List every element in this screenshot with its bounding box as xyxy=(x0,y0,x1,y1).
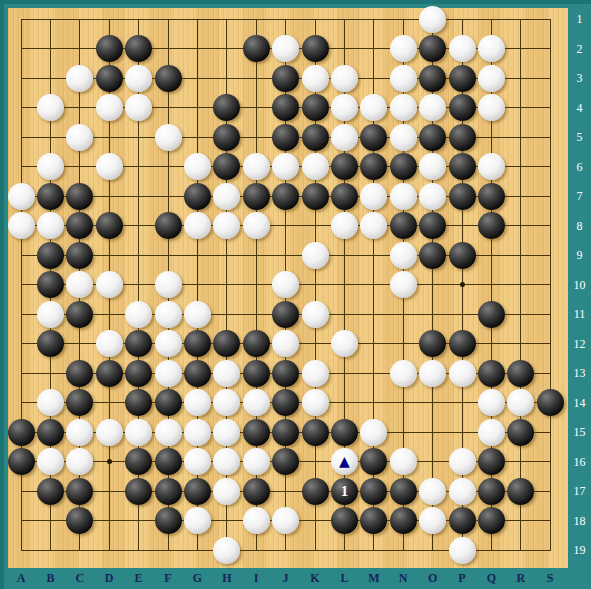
row-label-19: 19 xyxy=(569,543,590,558)
black-stone-B12 xyxy=(37,330,64,357)
white-stone-M4 xyxy=(360,94,387,121)
white-stone-L12 xyxy=(331,330,358,357)
black-stone-F18 xyxy=(155,507,182,534)
black-stone-E2 xyxy=(125,35,152,62)
black-stone-O12 xyxy=(419,330,446,357)
white-stone-K3 xyxy=(302,65,329,92)
white-stone-H19 xyxy=(213,537,240,564)
white-stone-Q2 xyxy=(478,35,505,62)
row-label-5: 5 xyxy=(569,130,590,145)
white-stone-M15 xyxy=(360,419,387,446)
white-stone-J6 xyxy=(272,153,299,180)
frame-left-edge xyxy=(0,0,4,589)
white-stone-J2 xyxy=(272,35,299,62)
black-stone-J7 xyxy=(272,183,299,210)
black-stone-N6 xyxy=(390,153,417,180)
white-stone-D10 xyxy=(96,271,123,298)
black-stone-A16 xyxy=(8,448,35,475)
col-label-P: P xyxy=(458,571,465,586)
black-stone-J4 xyxy=(272,94,299,121)
white-stone-P16 xyxy=(449,448,476,475)
black-stone-N8 xyxy=(390,212,417,239)
col-label-N: N xyxy=(399,571,408,586)
black-stone-F3 xyxy=(155,65,182,92)
white-stone-L4 xyxy=(331,94,358,121)
white-stone-N2 xyxy=(390,35,417,62)
white-stone-H7 xyxy=(213,183,240,210)
black-stone-I12 xyxy=(243,330,270,357)
black-stone-R15 xyxy=(507,419,534,446)
black-stone-H6 xyxy=(213,153,240,180)
white-stone-F15 xyxy=(155,419,182,446)
black-stone-K2 xyxy=(302,35,329,62)
white-stone-H15 xyxy=(213,419,240,446)
black-stone-Q11 xyxy=(478,301,505,328)
white-stone-L8 xyxy=(331,212,358,239)
row-label-18: 18 xyxy=(569,513,590,528)
white-stone-J10 xyxy=(272,271,299,298)
white-stone-G14 xyxy=(184,389,211,416)
white-stone-N5 xyxy=(390,124,417,151)
white-stone-I6 xyxy=(243,153,270,180)
white-stone-B6 xyxy=(37,153,64,180)
white-stone-N13 xyxy=(390,360,417,387)
white-stone-Q3 xyxy=(478,65,505,92)
black-stone-L15 xyxy=(331,419,358,446)
row-label-15: 15 xyxy=(569,425,590,440)
black-stone-I7 xyxy=(243,183,270,210)
black-stone-I13 xyxy=(243,360,270,387)
white-stone-E15 xyxy=(125,419,152,446)
white-stone-B14 xyxy=(37,389,64,416)
black-stone-P3 xyxy=(449,65,476,92)
black-stone-I2 xyxy=(243,35,270,62)
black-stone-O8 xyxy=(419,212,446,239)
black-stone-F16 xyxy=(155,448,182,475)
col-label-O: O xyxy=(428,571,437,586)
black-stone-L7 xyxy=(331,183,358,210)
row-label-14: 14 xyxy=(569,395,590,410)
black-stone-C14 xyxy=(66,389,93,416)
white-stone-J12 xyxy=(272,330,299,357)
black-stone-D8 xyxy=(96,212,123,239)
move-number-label: 1 xyxy=(341,484,349,499)
white-stone-O4 xyxy=(419,94,446,121)
black-stone-M6 xyxy=(360,153,387,180)
black-stone-A15 xyxy=(8,419,35,446)
white-stone-P2 xyxy=(449,35,476,62)
black-stone-P6 xyxy=(449,153,476,180)
black-stone-G17 xyxy=(184,478,211,505)
black-stone-D2 xyxy=(96,35,123,62)
white-stone-R14 xyxy=(507,389,534,416)
white-stone-N4 xyxy=(390,94,417,121)
white-stone-F5 xyxy=(155,124,182,151)
black-stone-Q13 xyxy=(478,360,505,387)
black-stone-O3 xyxy=(419,65,446,92)
col-label-B: B xyxy=(46,571,54,586)
black-stone-K15 xyxy=(302,419,329,446)
white-stone-H14 xyxy=(213,389,240,416)
col-label-K: K xyxy=(310,571,319,586)
white-stone-L5 xyxy=(331,124,358,151)
row-label-8: 8 xyxy=(569,218,590,233)
black-stone-K7 xyxy=(302,183,329,210)
col-label-H: H xyxy=(222,571,231,586)
black-stone-P4 xyxy=(449,94,476,121)
white-stone-D15 xyxy=(96,419,123,446)
row-label-7: 7 xyxy=(569,189,590,204)
row-label-12: 12 xyxy=(569,336,590,351)
col-label-F: F xyxy=(164,571,171,586)
black-stone-G12 xyxy=(184,330,211,357)
white-stone-H13 xyxy=(213,360,240,387)
white-stone-E3 xyxy=(125,65,152,92)
white-stone-P13 xyxy=(449,360,476,387)
black-stone-C7 xyxy=(66,183,93,210)
black-stone-F14 xyxy=(155,389,182,416)
row-label-9: 9 xyxy=(569,248,590,263)
black-stone-F17 xyxy=(155,478,182,505)
white-stone-M7 xyxy=(360,183,387,210)
black-stone-E12 xyxy=(125,330,152,357)
white-stone-A8 xyxy=(8,212,35,239)
black-stone-J11 xyxy=(272,301,299,328)
white-stone-B16 xyxy=(37,448,64,475)
black-stone-C13 xyxy=(66,360,93,387)
black-stone-L6 xyxy=(331,153,358,180)
col-label-C: C xyxy=(75,571,84,586)
row-label-17: 17 xyxy=(569,484,590,499)
white-stone-O1 xyxy=(419,6,446,33)
black-stone-S14 xyxy=(537,389,564,416)
black-stone-J13 xyxy=(272,360,299,387)
white-stone-K14 xyxy=(302,389,329,416)
white-stone-E11 xyxy=(125,301,152,328)
black-stone-O2 xyxy=(419,35,446,62)
black-stone-I17 xyxy=(243,478,270,505)
white-stone-C10 xyxy=(66,271,93,298)
row-label-1: 1 xyxy=(569,12,590,27)
black-stone-B15 xyxy=(37,419,64,446)
black-stone-E14 xyxy=(125,389,152,416)
white-stone-F12 xyxy=(155,330,182,357)
white-stone-F13 xyxy=(155,360,182,387)
white-stone-B4 xyxy=(37,94,64,121)
white-stone-G18 xyxy=(184,507,211,534)
black-stone-Q8 xyxy=(478,212,505,239)
white-stone-I8 xyxy=(243,212,270,239)
col-label-S: S xyxy=(547,571,554,586)
white-stone-Q6 xyxy=(478,153,505,180)
black-stone-C18 xyxy=(66,507,93,534)
row-label-2: 2 xyxy=(569,41,590,56)
white-stone-P19 xyxy=(449,537,476,564)
black-stone-Q7 xyxy=(478,183,505,210)
white-stone-Q14 xyxy=(478,389,505,416)
black-stone-J16 xyxy=(272,448,299,475)
black-stone-J3 xyxy=(272,65,299,92)
black-stone-E17 xyxy=(125,478,152,505)
row-label-11: 11 xyxy=(569,307,590,322)
white-stone-O17 xyxy=(419,478,446,505)
black-stone-K17 xyxy=(302,478,329,505)
white-stone-I18 xyxy=(243,507,270,534)
black-stone-Q16 xyxy=(478,448,505,475)
white-stone-E4 xyxy=(125,94,152,121)
col-label-A: A xyxy=(17,571,26,586)
goban-frame: ▲1 ABCDEFGHIJKLMNOPQRS 12345678910111213… xyxy=(0,0,591,589)
white-stone-K13 xyxy=(302,360,329,387)
white-stone-N16 xyxy=(390,448,417,475)
black-stone-K4 xyxy=(302,94,329,121)
go-board[interactable]: ▲1 xyxy=(8,8,568,568)
white-stone-H16 xyxy=(213,448,240,475)
white-stone-C15 xyxy=(66,419,93,446)
col-label-J: J xyxy=(283,571,289,586)
star-point xyxy=(107,459,112,464)
white-stone-J18 xyxy=(272,507,299,534)
white-stone-K6 xyxy=(302,153,329,180)
black-stone-D13 xyxy=(96,360,123,387)
white-stone-Q15 xyxy=(478,419,505,446)
col-label-R: R xyxy=(516,571,525,586)
row-label-16: 16 xyxy=(569,454,590,469)
white-stone-B11 xyxy=(37,301,64,328)
col-label-L: L xyxy=(340,571,348,586)
white-stone-D6 xyxy=(96,153,123,180)
black-stone-C8 xyxy=(66,212,93,239)
white-stone-G8 xyxy=(184,212,211,239)
black-stone-M17 xyxy=(360,478,387,505)
star-point xyxy=(460,282,465,287)
col-label-G: G xyxy=(193,571,202,586)
white-stone-G11 xyxy=(184,301,211,328)
white-stone-L3 xyxy=(331,65,358,92)
black-stone-I15 xyxy=(243,419,270,446)
white-stone-K11 xyxy=(302,301,329,328)
black-stone-N17 xyxy=(390,478,417,505)
black-stone-M18 xyxy=(360,507,387,534)
black-stone-J15 xyxy=(272,419,299,446)
white-stone-F11 xyxy=(155,301,182,328)
white-stone-G15 xyxy=(184,419,211,446)
black-stone-C17 xyxy=(66,478,93,505)
row-label-3: 3 xyxy=(569,71,590,86)
black-stone-B9 xyxy=(37,242,64,269)
black-stone-K5 xyxy=(302,124,329,151)
white-stone-N10 xyxy=(390,271,417,298)
black-stone-Q18 xyxy=(478,507,505,534)
black-stone-E16 xyxy=(125,448,152,475)
col-label-D: D xyxy=(105,571,114,586)
white-stone-O13 xyxy=(419,360,446,387)
white-stone-B8 xyxy=(37,212,64,239)
white-stone-N3 xyxy=(390,65,417,92)
white-stone-F10 xyxy=(155,271,182,298)
white-stone-H17 xyxy=(213,478,240,505)
black-stone-N18 xyxy=(390,507,417,534)
row-label-6: 6 xyxy=(569,159,590,174)
black-stone-B17 xyxy=(37,478,64,505)
black-stone-P18 xyxy=(449,507,476,534)
black-stone-P9 xyxy=(449,242,476,269)
white-stone-L16: ▲ xyxy=(331,448,358,475)
white-stone-N9 xyxy=(390,242,417,269)
white-stone-O7 xyxy=(419,183,446,210)
white-stone-H8 xyxy=(213,212,240,239)
black-stone-R13 xyxy=(507,360,534,387)
black-stone-M5 xyxy=(360,124,387,151)
black-stone-C9 xyxy=(66,242,93,269)
white-stone-C16 xyxy=(66,448,93,475)
white-stone-G16 xyxy=(184,448,211,475)
row-label-4: 4 xyxy=(569,100,590,115)
black-stone-O9 xyxy=(419,242,446,269)
black-stone-B10 xyxy=(37,271,64,298)
black-stone-H12 xyxy=(213,330,240,357)
grid-line-vertical xyxy=(550,19,551,551)
col-label-I: I xyxy=(254,571,259,586)
black-stone-L18 xyxy=(331,507,358,534)
white-stone-A7 xyxy=(8,183,35,210)
white-stone-C5 xyxy=(66,124,93,151)
black-stone-J5 xyxy=(272,124,299,151)
white-stone-M8 xyxy=(360,212,387,239)
frame-top-edge xyxy=(0,0,591,4)
black-stone-L17: 1 xyxy=(331,478,358,505)
white-stone-Q4 xyxy=(478,94,505,121)
black-stone-P7 xyxy=(449,183,476,210)
black-stone-G7 xyxy=(184,183,211,210)
row-label-13: 13 xyxy=(569,366,590,381)
white-stone-O6 xyxy=(419,153,446,180)
black-stone-J14 xyxy=(272,389,299,416)
black-stone-E13 xyxy=(125,360,152,387)
white-stone-D12 xyxy=(96,330,123,357)
black-stone-D3 xyxy=(96,65,123,92)
black-stone-O5 xyxy=(419,124,446,151)
row-label-10: 10 xyxy=(569,277,590,292)
black-stone-P12 xyxy=(449,330,476,357)
triangle-marker: ▲ xyxy=(339,454,350,468)
black-stone-H5 xyxy=(213,124,240,151)
col-label-E: E xyxy=(135,571,143,586)
black-stone-R17 xyxy=(507,478,534,505)
black-stone-M16 xyxy=(360,448,387,475)
col-label-M: M xyxy=(368,571,379,586)
white-stone-O18 xyxy=(419,507,446,534)
black-stone-H4 xyxy=(213,94,240,121)
black-stone-G13 xyxy=(184,360,211,387)
white-stone-G6 xyxy=(184,153,211,180)
white-stone-D4 xyxy=(96,94,123,121)
white-stone-I16 xyxy=(243,448,270,475)
black-stone-B7 xyxy=(37,183,64,210)
black-stone-F8 xyxy=(155,212,182,239)
col-label-Q: Q xyxy=(487,571,496,586)
black-stone-Q17 xyxy=(478,478,505,505)
white-stone-N7 xyxy=(390,183,417,210)
white-stone-P17 xyxy=(449,478,476,505)
black-stone-P5 xyxy=(449,124,476,151)
grid-line-vertical xyxy=(520,19,521,551)
white-stone-K9 xyxy=(302,242,329,269)
white-stone-I14 xyxy=(243,389,270,416)
black-stone-C11 xyxy=(66,301,93,328)
white-stone-C3 xyxy=(66,65,93,92)
